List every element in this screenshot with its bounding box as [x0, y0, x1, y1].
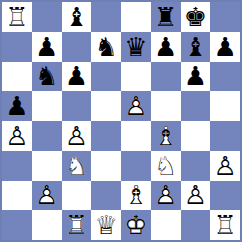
piece-glyph: ♟ — [154, 34, 177, 60]
piece-glyph: ♞ — [94, 34, 117, 60]
square-a4[interactable]: ♟♙ — [2, 121, 32, 151]
piece-outline-glyph: ♙ — [65, 123, 88, 149]
square-e2[interactable]: ♝♗ — [121, 181, 151, 211]
black-pawn[interactable]: ♟ — [32, 32, 62, 62]
square-b4[interactable] — [32, 121, 62, 151]
square-c5[interactable] — [62, 91, 92, 121]
black-king[interactable]: ♚ — [181, 2, 211, 32]
square-h2[interactable] — [210, 181, 240, 211]
white-pawn[interactable]: ♟♙ — [210, 151, 240, 181]
piece-outline-glyph: ♖ — [213, 212, 236, 238]
piece-outline-glyph: ♙ — [5, 123, 28, 149]
square-e1[interactable]: ♚♔ — [121, 210, 151, 240]
square-h3[interactable]: ♟♙ — [210, 151, 240, 181]
square-a7[interactable] — [2, 32, 32, 62]
square-b2[interactable]: ♟♙ — [32, 181, 62, 211]
square-g7[interactable]: ♝ — [181, 32, 211, 62]
square-f6[interactable] — [151, 62, 181, 92]
piece-glyph: ♟ — [35, 34, 58, 60]
square-d6[interactable] — [91, 62, 121, 92]
square-e8[interactable] — [121, 2, 151, 32]
white-pawn[interactable]: ♟♙ — [151, 181, 181, 211]
square-d2[interactable] — [91, 181, 121, 211]
square-a1[interactable] — [2, 210, 32, 240]
square-h6[interactable] — [210, 62, 240, 92]
piece-glyph: ♜ — [154, 4, 177, 30]
square-h1[interactable]: ♜♖ — [210, 210, 240, 240]
white-pawn[interactable]: ♟♙ — [181, 181, 211, 211]
piece-glyph: ♟ — [65, 63, 88, 89]
white-pawn[interactable]: ♟♙ — [2, 121, 32, 151]
piece-outline-glyph: ♕ — [94, 212, 117, 238]
square-d5[interactable] — [91, 91, 121, 121]
square-d4[interactable] — [91, 121, 121, 151]
square-a8[interactable]: ♜♖ — [2, 2, 32, 32]
square-g8[interactable]: ♚ — [181, 2, 211, 32]
square-e3[interactable] — [121, 151, 151, 181]
piece-outline-glyph: ♙ — [213, 153, 236, 179]
piece-outline-glyph: ♙ — [154, 182, 177, 208]
square-a2[interactable] — [2, 181, 32, 211]
black-queen[interactable]: ♛ — [121, 32, 151, 62]
square-h8[interactable] — [210, 2, 240, 32]
square-f5[interactable] — [151, 91, 181, 121]
piece-glyph: ♞ — [35, 63, 58, 89]
square-h7[interactable]: ♟ — [210, 32, 240, 62]
square-f2[interactable]: ♟♙ — [151, 181, 181, 211]
square-c2[interactable] — [62, 181, 92, 211]
piece-outline-glyph: ♘ — [154, 153, 177, 179]
piece-glyph: ♟ — [213, 34, 236, 60]
black-pawn[interactable]: ♟ — [62, 62, 92, 92]
square-b8[interactable] — [32, 2, 62, 32]
black-rook[interactable]: ♜ — [151, 2, 181, 32]
square-c8[interactable]: ♝ — [62, 2, 92, 32]
white-knight[interactable]: ♞♘ — [151, 151, 181, 181]
square-d7[interactable]: ♞ — [91, 32, 121, 62]
piece-outline-glyph: ♗ — [124, 182, 147, 208]
square-c6[interactable]: ♟ — [62, 62, 92, 92]
white-pawn[interactable]: ♟♙ — [121, 91, 151, 121]
piece-outline-glyph: ♖ — [65, 212, 88, 238]
piece-glyph: ♛ — [124, 34, 147, 60]
piece-outline-glyph: ♘ — [65, 153, 88, 179]
piece-glyph: ♝ — [184, 34, 207, 60]
white-rook[interactable]: ♜♖ — [2, 2, 32, 32]
piece-outline-glyph: ♗ — [154, 123, 177, 149]
white-king[interactable]: ♚♔ — [121, 210, 151, 240]
white-queen[interactable]: ♛♕ — [91, 210, 121, 240]
black-pawn[interactable]: ♟ — [210, 32, 240, 62]
square-b7[interactable]: ♟ — [32, 32, 62, 62]
white-rook[interactable]: ♜♖ — [210, 210, 240, 240]
black-bishop[interactable]: ♝ — [62, 2, 92, 32]
square-f8[interactable]: ♜ — [151, 2, 181, 32]
square-f1[interactable] — [151, 210, 181, 240]
piece-outline-glyph: ♖ — [5, 4, 28, 30]
square-b5[interactable] — [32, 91, 62, 121]
chess-board: ♜♖♝♜♚♟♞♛♟♝♟♞♟♟♟♟♙♟♙♟♙♝♗♞♘♞♘♟♙♟♙♝♗♟♙♟♙♜♖♛… — [0, 0, 242, 242]
piece-outline-glyph: ♙ — [124, 93, 147, 119]
square-b6[interactable]: ♞ — [32, 62, 62, 92]
white-knight[interactable]: ♞♘ — [62, 151, 92, 181]
square-g1[interactable] — [181, 210, 211, 240]
piece-outline-glyph: ♔ — [124, 212, 147, 238]
square-a3[interactable] — [2, 151, 32, 181]
square-e6[interactable] — [121, 62, 151, 92]
black-pawn[interactable]: ♟ — [151, 32, 181, 62]
square-c1[interactable]: ♜♖ — [62, 210, 92, 240]
square-g4[interactable] — [181, 121, 211, 151]
square-c3[interactable]: ♞♘ — [62, 151, 92, 181]
square-h4[interactable] — [210, 121, 240, 151]
square-b1[interactable] — [32, 210, 62, 240]
white-bishop[interactable]: ♝♗ — [151, 121, 181, 151]
square-d3[interactable] — [91, 151, 121, 181]
black-pawn[interactable]: ♟ — [181, 62, 211, 92]
white-pawn[interactable]: ♟♙ — [32, 181, 62, 211]
square-a5[interactable]: ♟ — [2, 91, 32, 121]
square-f7[interactable]: ♟ — [151, 32, 181, 62]
black-knight[interactable]: ♞ — [32, 62, 62, 92]
square-c4[interactable]: ♟♙ — [62, 121, 92, 151]
piece-outline-glyph: ♙ — [35, 182, 58, 208]
square-g6[interactable]: ♟ — [181, 62, 211, 92]
black-pawn[interactable]: ♟ — [2, 91, 32, 121]
white-pawn[interactable]: ♟♙ — [62, 121, 92, 151]
square-e5[interactable]: ♟♙ — [121, 91, 151, 121]
square-d1[interactable]: ♛♕ — [91, 210, 121, 240]
black-knight[interactable]: ♞ — [91, 32, 121, 62]
piece-outline-glyph: ♙ — [184, 182, 207, 208]
square-c7[interactable] — [62, 32, 92, 62]
square-h5[interactable] — [210, 91, 240, 121]
piece-glyph: ♚ — [184, 4, 207, 30]
square-g5[interactable] — [181, 91, 211, 121]
square-e4[interactable] — [121, 121, 151, 151]
white-rook[interactable]: ♜♖ — [62, 210, 92, 240]
square-e7[interactable]: ♛ — [121, 32, 151, 62]
square-d8[interactable] — [91, 2, 121, 32]
square-f3[interactable]: ♞♘ — [151, 151, 181, 181]
white-bishop[interactable]: ♝♗ — [121, 181, 151, 211]
piece-glyph: ♟ — [5, 93, 28, 119]
square-a6[interactable] — [2, 62, 32, 92]
square-b3[interactable] — [32, 151, 62, 181]
black-bishop[interactable]: ♝ — [181, 32, 211, 62]
piece-glyph: ♝ — [65, 4, 88, 30]
piece-glyph: ♟ — [184, 63, 207, 89]
square-g2[interactable]: ♟♙ — [181, 181, 211, 211]
square-g3[interactable] — [181, 151, 211, 181]
square-f4[interactable]: ♝♗ — [151, 121, 181, 151]
